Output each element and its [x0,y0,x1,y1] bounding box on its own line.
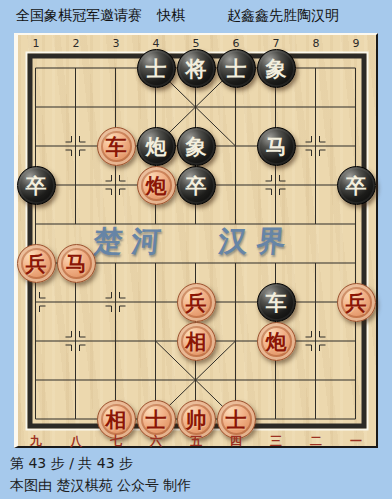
piece-black-soldier[interactable]: 卒 [17,166,56,205]
title-bar: 全国象棋冠军邀请赛 快棋 赵鑫鑫先胜陶汉明 [0,6,392,28]
board-point: 士 [216,49,256,88]
piece-red-cannon[interactable]: 炮 [257,322,296,361]
file-label: 三 [256,433,296,450]
file-label: 七 [96,433,136,450]
bottom-file-labels: 九八七六五四三二一 [16,433,376,446]
file-label: 八 [56,433,96,450]
piece-black-elephant[interactable]: 象 [177,127,216,166]
board-point: 炮 [136,127,176,166]
move-counter: 第 43 步 / 共 43 步 [10,455,133,473]
piece-red-elephant[interactable]: 相 [177,322,216,361]
piece-black-advisor[interactable]: 士 [217,49,256,88]
board-point: 象 [256,49,296,88]
board-point: 车 [96,127,136,166]
piece-black-advisor[interactable]: 士 [137,49,176,88]
piece-black-elephant[interactable]: 象 [257,49,296,88]
board-point: 兵 [336,283,376,322]
event-title: 全国象棋冠军邀请赛 [16,6,142,24]
app-window: 全国象棋冠军邀请赛 快棋 赵鑫鑫先胜陶汉明 123456789 楚河 汉界 士将… [0,0,392,499]
board-point: 象 [176,127,216,166]
board-point: 兵 [176,283,216,322]
piece-layer: 士将士象车炮象马卒炮卒卒兵马兵车兵相炮相士帅士 [16,49,376,439]
piece-red-soldier[interactable]: 兵 [177,283,216,322]
xiangqi-board[interactable]: 123456789 楚河 汉界 士将士象车炮象马卒炮卒卒兵马兵车兵相炮相士帅士 … [14,33,378,448]
file-label: 五 [176,433,216,450]
board-point: 马 [56,244,96,283]
piece-black-rook[interactable]: 车 [257,283,296,322]
file-label: 六 [136,433,176,450]
board-point: 士 [136,49,176,88]
piece-black-soldier[interactable]: 卒 [177,166,216,205]
board-point: 马 [256,127,296,166]
board-point: 卒 [336,166,376,205]
file-label: 九 [16,433,56,450]
file-label: 二 [296,433,336,450]
board-point: 车 [256,283,296,322]
piece-red-soldier[interactable]: 兵 [17,244,56,283]
piece-black-cannon[interactable]: 炮 [137,127,176,166]
piece-black-horse[interactable]: 马 [257,127,296,166]
file-label: 四 [216,433,256,450]
board-point: 兵 [16,244,56,283]
board-point: 卒 [16,166,56,205]
credit-line: 本图由 楚汉棋苑 公众号 制作 [10,477,191,495]
match-type-label: 快棋 [157,6,185,24]
piece-red-rook[interactable]: 车 [97,127,136,166]
piece-red-soldier[interactable]: 兵 [337,283,376,322]
piece-black-king[interactable]: 将 [177,49,216,88]
result-label: 赵鑫鑫先胜陶汉明 [227,6,339,24]
piece-red-cannon[interactable]: 炮 [137,166,176,205]
piece-red-horse[interactable]: 马 [57,244,96,283]
board-point: 将 [176,49,216,88]
board-point: 相 [176,322,216,361]
board-point: 炮 [136,166,176,205]
file-label: 一 [336,433,376,450]
board-point: 炮 [256,322,296,361]
piece-black-soldier[interactable]: 卒 [337,166,376,205]
board-point: 卒 [176,166,216,205]
